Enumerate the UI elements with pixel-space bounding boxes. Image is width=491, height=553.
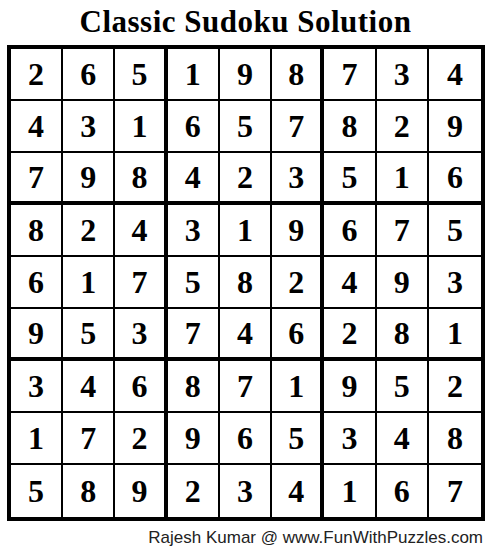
cell-r5c3: 7 — [115, 257, 167, 309]
cell-r9c8: 6 — [377, 465, 429, 517]
cell-r3c6: 3 — [272, 153, 324, 205]
cell-r1c5: 9 — [220, 49, 272, 101]
cell-r9c7: 1 — [324, 465, 376, 517]
cell-r9c9: 7 — [429, 465, 481, 517]
cell-r2c5: 5 — [220, 101, 272, 153]
cell-r7c7: 9 — [324, 361, 376, 413]
cell-r3c9: 6 — [429, 153, 481, 205]
cell-r7c4: 8 — [168, 361, 220, 413]
cell-r4c8: 7 — [377, 205, 429, 257]
cell-r9c2: 8 — [63, 465, 115, 517]
cell-r7c9: 2 — [429, 361, 481, 413]
cell-r7c8: 5 — [377, 361, 429, 413]
cell-r5c4: 5 — [168, 257, 220, 309]
cell-r8c5: 6 — [220, 413, 272, 465]
cell-r9c1: 5 — [11, 465, 63, 517]
cell-r3c5: 2 — [220, 153, 272, 205]
cell-r4c5: 1 — [220, 205, 272, 257]
cell-r9c5: 3 — [220, 465, 272, 517]
cell-r2c3: 1 — [115, 101, 167, 153]
cell-r2c2: 3 — [63, 101, 115, 153]
cell-r7c6: 1 — [272, 361, 324, 413]
cell-r6c1: 9 — [11, 309, 63, 361]
cell-r6c9: 1 — [429, 309, 481, 361]
cell-r5c1: 6 — [11, 257, 63, 309]
cell-r3c2: 9 — [63, 153, 115, 205]
cell-r4c3: 4 — [115, 205, 167, 257]
cell-r4c6: 9 — [272, 205, 324, 257]
cell-r8c8: 4 — [377, 413, 429, 465]
cell-r1c2: 6 — [63, 49, 115, 101]
cell-r2c1: 4 — [11, 101, 63, 153]
cell-r8c3: 2 — [115, 413, 167, 465]
sudoku-solution-page: Classic Sudoku Solution 2651987344316578… — [0, 0, 491, 553]
cell-r8c9: 8 — [429, 413, 481, 465]
cell-r3c7: 5 — [324, 153, 376, 205]
cell-r8c1: 1 — [11, 413, 63, 465]
cell-r1c1: 2 — [11, 49, 63, 101]
cell-r2c4: 6 — [168, 101, 220, 153]
cell-r1c9: 4 — [429, 49, 481, 101]
cell-r8c7: 3 — [324, 413, 376, 465]
cell-r4c4: 3 — [168, 205, 220, 257]
cell-r2c6: 7 — [272, 101, 324, 153]
cell-r3c3: 8 — [115, 153, 167, 205]
cell-r9c6: 4 — [272, 465, 324, 517]
cell-r7c1: 3 — [11, 361, 63, 413]
credit-line: Rajesh Kumar @ www.FunWithPuzzles.com — [148, 527, 483, 549]
cell-r1c4: 1 — [168, 49, 220, 101]
cell-r3c1: 7 — [11, 153, 63, 205]
cell-r4c7: 6 — [324, 205, 376, 257]
cell-r5c6: 2 — [272, 257, 324, 309]
cell-r6c5: 4 — [220, 309, 272, 361]
cell-r4c9: 5 — [429, 205, 481, 257]
cell-r6c2: 5 — [63, 309, 115, 361]
cell-r6c6: 6 — [272, 309, 324, 361]
page-title: Classic Sudoku Solution — [0, 0, 491, 44]
cell-r5c5: 8 — [220, 257, 272, 309]
cell-r7c2: 4 — [63, 361, 115, 413]
cell-r4c2: 2 — [63, 205, 115, 257]
cell-r8c4: 9 — [168, 413, 220, 465]
cell-r6c7: 2 — [324, 309, 376, 361]
cell-r2c8: 2 — [377, 101, 429, 153]
sudoku-grid: 2651987344316578297984235168243196756175… — [7, 45, 485, 521]
cell-r3c4: 4 — [168, 153, 220, 205]
cell-r9c4: 2 — [168, 465, 220, 517]
cell-r5c8: 9 — [377, 257, 429, 309]
cell-r8c2: 7 — [63, 413, 115, 465]
cell-r9c3: 9 — [115, 465, 167, 517]
cell-r2c9: 9 — [429, 101, 481, 153]
cell-r7c3: 6 — [115, 361, 167, 413]
cell-r4c1: 8 — [11, 205, 63, 257]
cell-r6c3: 3 — [115, 309, 167, 361]
cell-r8c6: 5 — [272, 413, 324, 465]
cell-r5c2: 1 — [63, 257, 115, 309]
cell-r5c9: 3 — [429, 257, 481, 309]
cell-r1c7: 7 — [324, 49, 376, 101]
cell-r6c8: 8 — [377, 309, 429, 361]
cell-r1c6: 8 — [272, 49, 324, 101]
cell-r2c7: 8 — [324, 101, 376, 153]
cell-r1c3: 5 — [115, 49, 167, 101]
cell-r1c8: 3 — [377, 49, 429, 101]
cell-r6c4: 7 — [168, 309, 220, 361]
cell-r5c7: 4 — [324, 257, 376, 309]
cell-r7c5: 7 — [220, 361, 272, 413]
cell-r3c8: 1 — [377, 153, 429, 205]
